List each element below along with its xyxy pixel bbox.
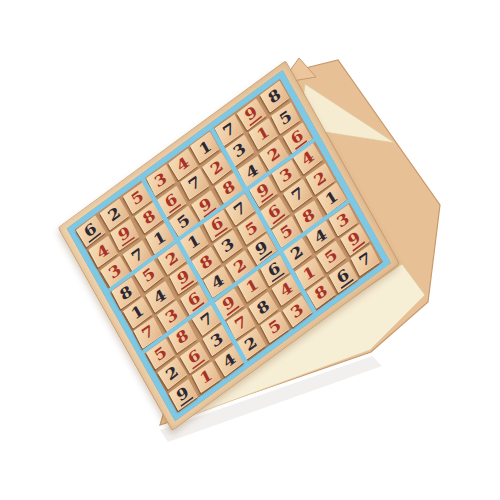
numeral-9: 9 <box>174 383 194 406</box>
numeral-7: 7 <box>186 173 204 194</box>
numeral-1: 1 <box>128 302 147 323</box>
numeral-5: 5 <box>321 246 340 267</box>
numeral-4: 4 <box>220 350 239 371</box>
numeral-3: 3 <box>288 301 307 322</box>
numeral-4: 4 <box>151 286 170 307</box>
numeral-8: 8 <box>117 282 135 303</box>
numeral-8: 8 <box>311 282 330 303</box>
numeral-2: 2 <box>162 248 181 269</box>
numeral-7: 7 <box>288 184 307 205</box>
numeral-5: 5 <box>266 316 284 337</box>
numeral-5: 5 <box>243 218 261 239</box>
numeral-2: 2 <box>163 363 182 384</box>
numeral-7: 7 <box>220 120 238 141</box>
numeral-7: 7 <box>231 199 250 220</box>
numeral-2: 2 <box>208 157 227 178</box>
product-photo-scene: 6253417984986723153715984268521679341498… <box>0 0 500 500</box>
numeral-5: 5 <box>151 343 170 364</box>
numeral-4: 4 <box>174 154 193 175</box>
numeral-3: 3 <box>230 140 249 161</box>
numeral-2: 2 <box>311 168 330 189</box>
numeral-2: 2 <box>242 333 261 354</box>
numeral-6: 6 <box>81 220 101 243</box>
numeral-7: 7 <box>231 313 249 334</box>
numeral-3: 3 <box>277 165 295 186</box>
numeral-6: 6 <box>333 266 353 289</box>
numeral-7: 7 <box>356 249 374 270</box>
numeral-3: 3 <box>151 170 169 191</box>
numeral-8: 8 <box>254 297 273 318</box>
numeral-9: 9 <box>116 223 135 246</box>
numeral-1: 1 <box>197 366 215 387</box>
numeral-3: 3 <box>219 235 238 256</box>
numeral-3: 3 <box>334 210 352 231</box>
numeral-1: 1 <box>196 137 215 158</box>
numeral-1: 1 <box>254 124 273 145</box>
numeral-8: 8 <box>265 86 284 107</box>
numeral-2: 2 <box>105 204 124 225</box>
numeral-4: 4 <box>94 241 113 262</box>
numeral-4: 4 <box>277 279 296 300</box>
numeral-8: 8 <box>140 207 159 228</box>
numeral-1: 1 <box>300 263 318 284</box>
numeral-8: 8 <box>197 252 216 273</box>
numeral-3: 3 <box>207 330 226 351</box>
